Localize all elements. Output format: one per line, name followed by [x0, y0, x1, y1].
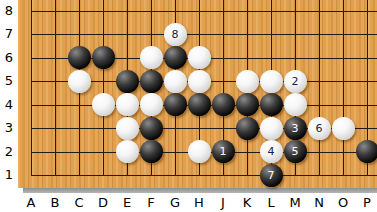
stone-black-G4[interactable] [164, 93, 187, 116]
stone-black-K4[interactable] [236, 93, 259, 116]
stone-white-M4[interactable] [284, 93, 307, 116]
stone-black-F2[interactable] [140, 140, 163, 163]
col-label-H: H [190, 195, 208, 211]
stone-white-E3[interactable] [116, 117, 139, 140]
stone-black-J4[interactable] [212, 93, 235, 116]
row-label-8: 8 [0, 3, 18, 19]
col-label-C: C [70, 195, 88, 211]
stone-black-M3[interactable]: 3 [284, 117, 307, 140]
stone-white-L5[interactable] [260, 70, 283, 93]
move-number: 2 [292, 76, 299, 87]
stone-black-E5[interactable] [116, 70, 139, 93]
stone-black-K3[interactable] [236, 117, 259, 140]
col-label-E: E [118, 195, 136, 211]
move-number: 8 [172, 29, 179, 40]
col-label-F: F [142, 195, 160, 211]
grid-line-h-1 [31, 175, 377, 176]
row-label-3: 3 [0, 120, 18, 136]
move-number: 6 [316, 123, 323, 134]
stone-black-H4[interactable] [188, 93, 211, 116]
stone-black-J2[interactable]: 1 [212, 140, 235, 163]
row-label-7: 7 [0, 26, 18, 42]
stone-white-E2[interactable] [116, 140, 139, 163]
col-label-A: A [22, 195, 40, 211]
col-label-M: M [286, 195, 304, 211]
grid-line-v-O [343, 0, 344, 176]
stone-black-G6[interactable] [164, 46, 187, 69]
stone-black-F5[interactable] [140, 70, 163, 93]
grid-line-v-D [103, 0, 104, 176]
stone-black-P2[interactable] [356, 140, 377, 163]
stone-black-D6[interactable] [92, 46, 115, 69]
col-label-L: L [262, 195, 280, 211]
move-number: 1 [220, 146, 227, 157]
grid-line-v-A [31, 0, 32, 176]
col-label-K: K [238, 195, 256, 211]
row-label-6: 6 [0, 50, 18, 66]
row-label-2: 2 [0, 144, 18, 160]
col-label-G: G [166, 195, 184, 211]
grid-line-v-N [319, 0, 320, 176]
grid-line-v-B [55, 0, 56, 176]
col-label-D: D [94, 195, 112, 211]
board-edge-shadow [23, 188, 377, 193]
col-label-O: O [334, 195, 352, 211]
stone-black-M2[interactable]: 5 [284, 140, 307, 163]
stone-white-H6[interactable] [188, 46, 211, 69]
stone-white-O3[interactable] [332, 117, 355, 140]
stone-white-M5[interactable]: 2 [284, 70, 307, 93]
stone-white-L2[interactable]: 4 [260, 140, 283, 163]
stone-white-N3[interactable]: 6 [308, 117, 331, 140]
row-label-1: 1 [0, 167, 18, 183]
move-number: 4 [268, 146, 275, 157]
move-number: 7 [268, 170, 275, 181]
stone-black-L4[interactable] [260, 93, 283, 116]
grid-line-h-8 [31, 11, 377, 12]
stone-white-D4[interactable] [92, 93, 115, 116]
stone-white-C5[interactable] [68, 70, 91, 93]
stone-white-E4[interactable] [116, 93, 139, 116]
stone-white-F6[interactable] [140, 46, 163, 69]
stone-black-F3[interactable] [140, 117, 163, 140]
col-label-B: B [46, 195, 64, 211]
grid-line-h-7 [31, 34, 377, 35]
stone-white-F4[interactable] [140, 93, 163, 116]
row-label-5: 5 [0, 73, 18, 89]
stone-white-H2[interactable] [188, 140, 211, 163]
stone-white-H5[interactable] [188, 70, 211, 93]
stone-black-L1[interactable]: 7 [260, 164, 283, 187]
col-label-P: P [358, 195, 376, 211]
stone-black-C6[interactable] [68, 46, 91, 69]
move-number: 5 [292, 146, 299, 157]
col-label-J: J [214, 195, 232, 211]
stone-white-G7[interactable]: 8 [164, 23, 187, 46]
stone-white-G5[interactable] [164, 70, 187, 93]
go-diagram-page: 87654321 ABCDEFGHJKLMNOP 31578264 [0, 0, 377, 212]
stone-white-L3[interactable] [260, 117, 283, 140]
stone-white-K5[interactable] [236, 70, 259, 93]
row-label-4: 4 [0, 97, 18, 113]
move-number: 3 [292, 123, 299, 134]
col-label-N: N [310, 195, 328, 211]
